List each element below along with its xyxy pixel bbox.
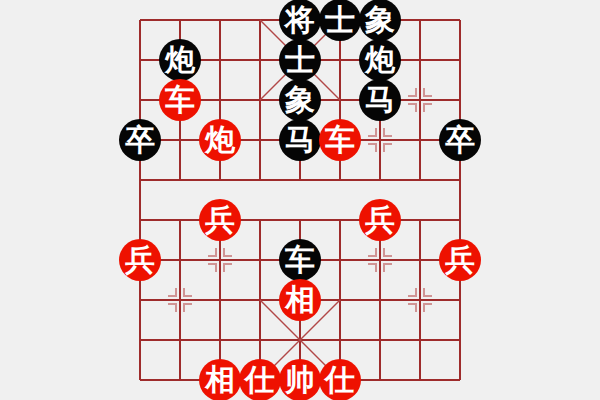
piece-red-soldier[interactable]: 兵 bbox=[359, 199, 401, 241]
piece-black-advisor[interactable]: 士 bbox=[319, 0, 361, 41]
piece-black-chariot[interactable]: 车 bbox=[279, 239, 321, 281]
piece-black-horse[interactable]: 马 bbox=[359, 79, 401, 121]
piece-red-advisor[interactable]: 仕 bbox=[319, 359, 361, 400]
piece-red-soldier[interactable]: 兵 bbox=[119, 239, 161, 281]
piece-red-advisor[interactable]: 仕 bbox=[239, 359, 281, 400]
piece-black-elephant[interactable]: 象 bbox=[279, 79, 321, 121]
piece-black-elephant[interactable]: 象 bbox=[359, 0, 401, 41]
piece-black-advisor[interactable]: 士 bbox=[279, 39, 321, 81]
piece-black-soldier[interactable]: 卒 bbox=[119, 119, 161, 161]
piece-black-cannon[interactable]: 炮 bbox=[159, 39, 201, 81]
piece-red-elephant[interactable]: 相 bbox=[199, 359, 241, 400]
piece-black-horse[interactable]: 马 bbox=[279, 119, 321, 161]
piece-black-soldier[interactable]: 卒 bbox=[439, 119, 481, 161]
piece-red-cannon[interactable]: 炮 bbox=[199, 119, 241, 161]
piece-black-general[interactable]: 将 bbox=[279, 0, 321, 41]
xiangqi-board[interactable]: 将士象炮士炮车象马卒炮马车卒兵兵兵车兵相相仕帅仕 bbox=[120, 0, 480, 400]
piece-red-general[interactable]: 帅 bbox=[279, 359, 321, 400]
xiangqi-app: 将士象炮士炮车象马卒炮马车卒兵兵兵车兵相相仕帅仕 bbox=[0, 0, 600, 400]
piece-black-cannon[interactable]: 炮 bbox=[359, 39, 401, 81]
piece-red-soldier[interactable]: 兵 bbox=[439, 239, 481, 281]
piece-red-chariot[interactable]: 车 bbox=[319, 119, 361, 161]
piece-red-soldier[interactable]: 兵 bbox=[199, 199, 241, 241]
piece-red-chariot[interactable]: 车 bbox=[159, 79, 201, 121]
piece-red-elephant[interactable]: 相 bbox=[279, 279, 321, 321]
